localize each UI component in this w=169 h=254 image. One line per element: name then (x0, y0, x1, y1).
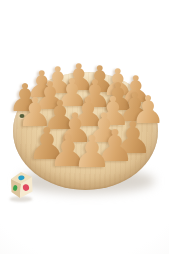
product-photo: ♟♟♟♟♟♟♟♟♟♟♟♟♟♟♟♟♟♟♟♟♟♟♟♟ (0, 0, 169, 254)
color-die[interactable] (9, 169, 35, 203)
peg[interactable]: ♟ (72, 130, 111, 174)
